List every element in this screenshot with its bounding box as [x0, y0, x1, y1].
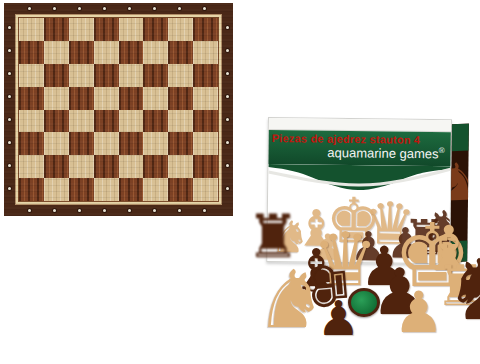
board-square [168, 18, 193, 41]
board-square [143, 87, 168, 110]
frame-nail [226, 164, 229, 167]
board-square [94, 132, 119, 155]
frame-nail [103, 209, 106, 212]
board-square [44, 132, 69, 155]
product-photo: Piezas de ajedrez stauton 4 aquamarine g… [0, 0, 480, 364]
side-green-top [452, 124, 469, 152]
board-square [69, 178, 94, 201]
frame-nail [226, 141, 229, 144]
board-square [94, 87, 119, 110]
board-square [69, 18, 94, 41]
brand-text: aquamarine games [327, 145, 438, 161]
board-square [44, 155, 69, 178]
frame-nail [226, 49, 229, 52]
board-square [143, 178, 168, 201]
box-photo-pieces: ♞♝♟♚♟♛♟♜♞ [267, 164, 450, 264]
board-square [119, 155, 144, 178]
frame-nail [78, 209, 81, 212]
board-grid [18, 17, 219, 202]
board-square [94, 155, 119, 178]
board-square [143, 64, 168, 87]
frame-nail [8, 141, 11, 144]
board-square [44, 64, 69, 87]
board-square [193, 155, 218, 178]
board-square [168, 87, 193, 110]
board-square [143, 132, 168, 155]
board-square [19, 155, 44, 178]
board-square [193, 110, 218, 133]
board-square [168, 155, 193, 178]
frame-nail [8, 26, 11, 29]
frame-nail [8, 118, 11, 121]
board-square [19, 18, 44, 41]
frame-nail [226, 95, 229, 98]
frame-nail [103, 7, 106, 10]
fallen-dark-king: ♚ [293, 257, 357, 316]
board-square [44, 178, 69, 201]
box-header-band: Piezas de ajedrez stauton 4 aquamarine g… [268, 130, 450, 166]
board-square [94, 41, 119, 64]
board-square [19, 110, 44, 133]
board-square [69, 64, 94, 87]
board-square [44, 110, 69, 133]
board-square [69, 110, 94, 133]
brand-name: aquamarine games® [268, 144, 450, 162]
board-square [168, 132, 193, 155]
frame-nail [226, 187, 229, 190]
frame-nail [226, 72, 229, 75]
frame-nail [226, 118, 229, 121]
registered-trademark: ® [439, 146, 445, 155]
pieces-box: Piezas de ajedrez stauton 4 aquamarine g… [266, 117, 471, 264]
board-square [19, 41, 44, 64]
dark-knight-icon: ♞ [450, 155, 469, 209]
board-square [119, 87, 144, 110]
frame-nail [8, 164, 11, 167]
board-square [94, 64, 119, 87]
board-square [69, 132, 94, 155]
frame-nail [53, 209, 56, 212]
board-square [143, 155, 168, 178]
frame-nail [53, 7, 56, 10]
frame-nail [153, 209, 156, 212]
board-square [168, 64, 193, 87]
side-green-bottom [450, 241, 467, 263]
frame-nail [128, 209, 131, 212]
frame-nail [203, 7, 206, 10]
frame-nail [78, 7, 81, 10]
light-pawn-front: ♟ [393, 284, 444, 341]
board-square [168, 41, 193, 64]
board-square [119, 64, 144, 87]
fallen-piece-felt-base [348, 288, 380, 317]
board-square [143, 110, 168, 133]
board-square [168, 110, 193, 133]
board-square [44, 87, 69, 110]
product-title: Piezas de ajedrez stauton 4 [269, 130, 451, 146]
board-square [193, 178, 218, 201]
box-side-panel: ♞ [450, 124, 469, 263]
board-square [143, 18, 168, 41]
board-square [69, 155, 94, 178]
frame-nail [128, 7, 131, 10]
frame-nail [153, 7, 156, 10]
board-square [94, 110, 119, 133]
board-square [119, 178, 144, 201]
frame-nail [178, 7, 181, 10]
board-square [19, 64, 44, 87]
board-square [193, 132, 218, 155]
frame-nail [28, 209, 31, 212]
frame-nail [8, 187, 11, 190]
board-square [119, 41, 144, 64]
board-square [168, 178, 193, 201]
board-square [193, 87, 218, 110]
board-square [69, 87, 94, 110]
dark-pawn-large: ♟ [371, 260, 428, 324]
frame-nail [178, 209, 181, 212]
frame-nail [203, 209, 206, 212]
frame-nail [8, 95, 11, 98]
board-square [19, 87, 44, 110]
board-square [119, 110, 144, 133]
board-square [119, 132, 144, 155]
frame-nail [8, 49, 11, 52]
frame-nail [226, 26, 229, 29]
frame-nail [8, 72, 11, 75]
board-square [193, 41, 218, 64]
board-square [44, 41, 69, 64]
light-knight: ♞ [255, 260, 327, 340]
board-square [69, 41, 94, 64]
board-square [193, 64, 218, 87]
board-square [94, 18, 119, 41]
board-square [19, 132, 44, 155]
photo-dark-knight: ♞ [419, 203, 450, 262]
light-rook: ♜ [435, 258, 480, 314]
chess-board [4, 3, 233, 216]
board-square [193, 18, 218, 41]
box-front-panel: Piezas de ajedrez stauton 4 aquamarine g… [266, 117, 452, 264]
board-square [19, 178, 44, 201]
dark-pawn-small: ♟ [317, 294, 360, 342]
board-square [94, 178, 119, 201]
frame-nail [28, 7, 31, 10]
board-square [143, 41, 168, 64]
board-square [119, 18, 144, 41]
board-square [44, 18, 69, 41]
